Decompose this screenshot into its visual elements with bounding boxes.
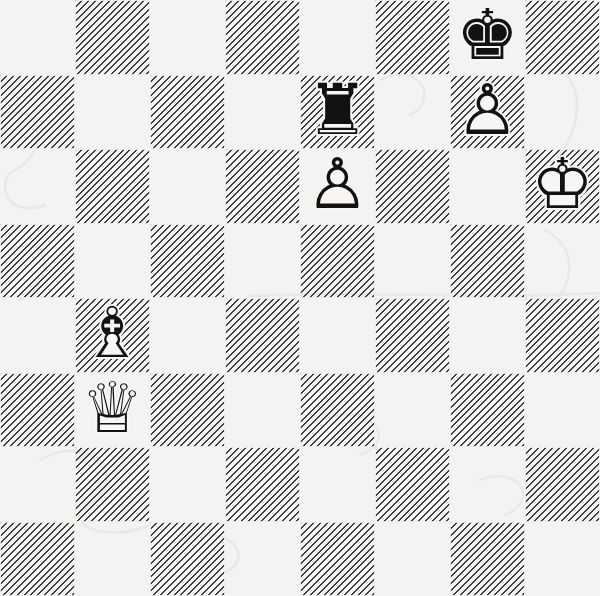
square-c5	[150, 224, 225, 299]
square-h2	[525, 447, 600, 522]
square-d1	[225, 522, 300, 596]
square-d4	[225, 298, 300, 373]
square-c3	[150, 373, 225, 448]
white-king-h6: ♚♔	[525, 149, 600, 224]
square-e4	[300, 298, 375, 373]
square-g5	[450, 224, 525, 299]
square-g6	[450, 149, 525, 224]
scanned-book-page: ♚♚♜♜♟♙♟♙♚♔♝♗♛♕	[0, 0, 600, 596]
square-a8	[0, 0, 75, 75]
square-h4	[525, 298, 600, 373]
square-b1	[75, 522, 150, 596]
square-h8	[525, 0, 600, 75]
square-h3	[525, 373, 600, 448]
square-b8	[75, 0, 150, 75]
white-pawn-g7: ♟♙	[450, 75, 525, 150]
square-d3	[225, 373, 300, 448]
black-king-g8: ♚♚	[450, 0, 525, 75]
square-f3	[375, 373, 450, 448]
square-h1	[525, 522, 600, 596]
white-bishop-b4: ♝♗	[75, 298, 150, 373]
white-pawn-icon: ♙	[456, 73, 519, 148]
square-g3	[450, 373, 525, 448]
square-b4: ♝♗	[75, 298, 150, 373]
square-b6	[75, 149, 150, 224]
square-a6	[0, 149, 75, 224]
square-c2	[150, 447, 225, 522]
square-h7	[525, 75, 600, 150]
square-f5	[375, 224, 450, 299]
square-c6	[150, 149, 225, 224]
white-pawn-icon: ♙	[306, 147, 369, 222]
square-c7	[150, 75, 225, 150]
square-a4	[0, 298, 75, 373]
square-e1	[300, 522, 375, 596]
square-c8	[150, 0, 225, 75]
square-g1	[450, 522, 525, 596]
square-a5	[0, 224, 75, 299]
square-e6: ♟♙	[300, 149, 375, 224]
square-d7	[225, 75, 300, 150]
white-pawn-e6: ♟♙	[300, 149, 375, 224]
white-queen-icon: ♕	[81, 371, 144, 446]
chessboard: ♚♚♜♜♟♙♟♙♚♔♝♗♛♕	[0, 0, 600, 596]
white-king-icon: ♔	[531, 147, 594, 222]
white-queen-b3: ♛♕	[75, 373, 150, 448]
white-bishop-icon: ♗	[81, 296, 144, 371]
square-e2	[300, 447, 375, 522]
square-c4	[150, 298, 225, 373]
square-d2	[225, 447, 300, 522]
square-g8: ♚♚	[450, 0, 525, 75]
square-g2	[450, 447, 525, 522]
square-d6	[225, 149, 300, 224]
square-e3	[300, 373, 375, 448]
square-h5	[525, 224, 600, 299]
square-f4	[375, 298, 450, 373]
square-f1	[375, 522, 450, 596]
square-f6	[375, 149, 450, 224]
square-e8	[300, 0, 375, 75]
square-d5	[225, 224, 300, 299]
black-king-icon: ♚	[456, 0, 519, 73]
square-d8	[225, 0, 300, 75]
square-c1	[150, 522, 225, 596]
square-h6: ♚♔	[525, 149, 600, 224]
square-a2	[0, 447, 75, 522]
square-b7	[75, 75, 150, 150]
square-a7	[0, 75, 75, 150]
square-a1	[0, 522, 75, 596]
square-f7	[375, 75, 450, 150]
square-e7: ♜♜	[300, 75, 375, 150]
square-b3: ♛♕	[75, 373, 150, 448]
square-a3	[0, 373, 75, 448]
square-f2	[375, 447, 450, 522]
square-g7: ♟♙	[450, 75, 525, 150]
square-f8	[375, 0, 450, 75]
square-g4	[450, 298, 525, 373]
black-rook-e7: ♜♜	[300, 75, 375, 150]
square-b2	[75, 447, 150, 522]
square-b5	[75, 224, 150, 299]
black-rook-icon: ♜	[306, 73, 369, 148]
square-e5	[300, 224, 375, 299]
